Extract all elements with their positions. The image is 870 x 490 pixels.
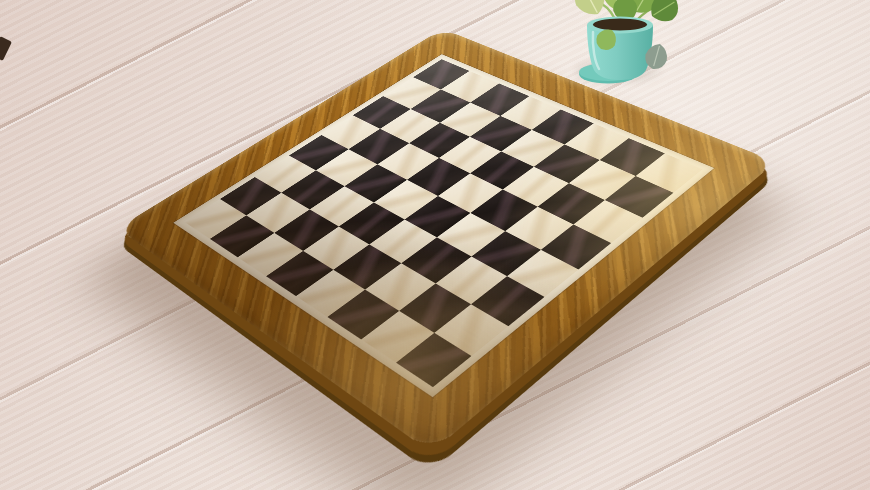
plant-pot bbox=[587, 17, 653, 81]
potted-plant bbox=[572, 0, 690, 96]
plant-illustration bbox=[572, 0, 690, 96]
photo-scene bbox=[0, 0, 870, 490]
